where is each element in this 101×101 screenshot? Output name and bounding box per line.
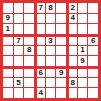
cell-r4c2: 7 <box>14 35 24 45</box>
cell-r6c5[interactable] <box>46 56 56 66</box>
cell-r8c9[interactable] <box>88 78 98 88</box>
cell-r7c5[interactable] <box>46 67 56 77</box>
cell-r6c6[interactable] <box>56 56 66 66</box>
cell-r3c2[interactable] <box>14 24 24 34</box>
cell-r8c6[interactable] <box>56 78 66 88</box>
cell-r7c7[interactable] <box>67 67 77 77</box>
cell-r5c1[interactable] <box>3 46 13 56</box>
cell-r9c2[interactable] <box>14 88 24 98</box>
cell-r9c9[interactable] <box>88 88 98 98</box>
cell-r9c3[interactable] <box>24 88 34 98</box>
cell-r1c4: 7 <box>35 3 45 13</box>
cell-r7c2[interactable] <box>14 67 24 77</box>
cell-r6c9[interactable] <box>88 56 98 66</box>
cell-r8c5[interactable] <box>46 78 56 88</box>
cell-r3c5[interactable] <box>46 24 56 34</box>
cell-r9c7[interactable] <box>67 88 77 98</box>
cell-r4c1[interactable] <box>3 35 13 45</box>
cell-r3c6[interactable] <box>56 24 66 34</box>
cell-r7c1[interactable] <box>3 67 13 77</box>
cell-r1c2[interactable] <box>14 3 24 13</box>
cell-r3c4[interactable] <box>35 24 45 34</box>
cell-r2c1: 9 <box>3 14 13 24</box>
cell-r3c9[interactable] <box>88 24 98 34</box>
cell-r9c1[interactable] <box>3 88 13 98</box>
cell-r6c7[interactable] <box>67 56 77 66</box>
cell-r4c3[interactable] <box>24 35 34 45</box>
cell-r1c6[interactable] <box>56 3 66 13</box>
cell-r1c9[interactable] <box>88 3 98 13</box>
cell-r1c1[interactable] <box>3 3 13 13</box>
cell-r8c2: 5 <box>14 78 24 88</box>
cell-r4c9: 6 <box>88 35 98 45</box>
cell-r5c8: 1 <box>78 46 88 56</box>
cell-r9c6[interactable] <box>56 88 66 98</box>
cell-r4c5: 3 <box>46 35 56 45</box>
cell-r4c4[interactable] <box>35 35 45 45</box>
cell-r6c2[interactable] <box>14 56 24 66</box>
cell-r1c3[interactable] <box>24 3 34 13</box>
cell-r4c7[interactable] <box>67 35 77 45</box>
cell-r6c4[interactable] <box>35 56 45 66</box>
cell-r8c4[interactable] <box>35 78 45 88</box>
cell-r7c8[interactable] <box>78 67 88 77</box>
cell-r2c8[interactable] <box>78 14 88 24</box>
cell-r1c8[interactable] <box>78 3 88 13</box>
cell-r9c5[interactable] <box>46 88 56 98</box>
cell-r5c9[interactable] <box>88 46 98 56</box>
sudoku-board: 78294173681969584 <box>0 0 101 101</box>
cell-r3c1: 1 <box>3 24 13 34</box>
cell-r7c4: 6 <box>35 67 45 77</box>
cell-r5c4[interactable] <box>35 46 45 56</box>
cell-r3c3[interactable] <box>24 24 34 34</box>
cell-r8c1[interactable] <box>3 78 13 88</box>
cell-r2c2[interactable] <box>14 14 24 24</box>
cell-r8c7: 8 <box>67 78 77 88</box>
cell-r2c3[interactable] <box>24 14 34 24</box>
cell-r5c5[interactable] <box>46 46 56 56</box>
cell-r9c4: 4 <box>35 88 45 98</box>
cell-r1c5: 8 <box>46 3 56 13</box>
cell-r1c7: 2 <box>67 3 77 13</box>
cell-r2c9[interactable] <box>88 14 98 24</box>
cell-r3c7[interactable] <box>67 24 77 34</box>
cell-r2c6[interactable] <box>56 14 66 24</box>
cell-r6c3[interactable] <box>24 56 34 66</box>
cell-r5c3: 8 <box>24 46 34 56</box>
cell-r3c8[interactable] <box>78 24 88 34</box>
cell-r8c8[interactable] <box>78 78 88 88</box>
cell-r2c5[interactable] <box>46 14 56 24</box>
cell-r6c1[interactable] <box>3 56 13 66</box>
cell-r8c3[interactable] <box>24 78 34 88</box>
cell-r5c7[interactable] <box>67 46 77 56</box>
cell-r2c7: 4 <box>67 14 77 24</box>
cell-r2c4[interactable] <box>35 14 45 24</box>
cell-r4c6[interactable] <box>56 35 66 45</box>
cell-r9c8[interactable] <box>78 88 88 98</box>
cell-r6c8: 9 <box>78 56 88 66</box>
cell-r7c6: 9 <box>56 67 66 77</box>
cell-r7c9[interactable] <box>88 67 98 77</box>
cell-r7c3[interactable] <box>24 67 34 77</box>
cell-r4c8[interactable] <box>78 35 88 45</box>
cell-r5c6[interactable] <box>56 46 66 56</box>
cell-r5c2[interactable] <box>14 46 24 56</box>
